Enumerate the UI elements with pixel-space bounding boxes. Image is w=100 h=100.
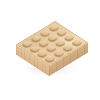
peg <box>44 55 56 62</box>
product-photo-scene <box>0 0 100 100</box>
